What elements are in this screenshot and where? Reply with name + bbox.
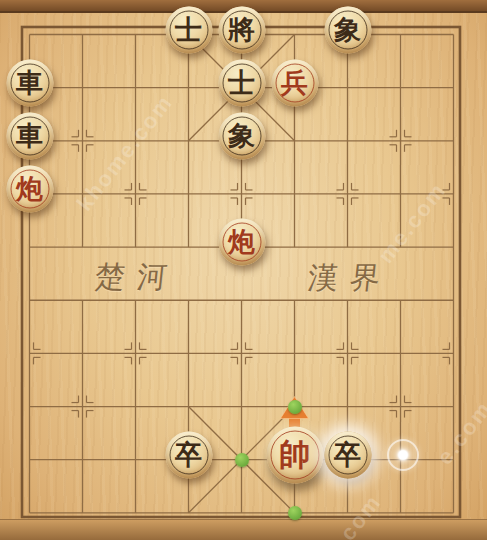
piece-ring-icon [10,116,49,155]
piece-character: 兵 [281,68,308,95]
piece-ring-icon [222,116,261,155]
piece-black-chariot[interactable]: 車 [6,59,53,106]
piece-black-soldier[interactable]: 卒 [165,431,212,478]
piece-red-general[interactable]: 帥 [266,426,323,483]
piece-character: 炮 [16,174,43,201]
piece-character: 卒 [175,440,202,467]
river-label-right: 漢界 [306,258,394,299]
piece-ring-icon [169,435,208,474]
river-label-left: 楚河 [93,257,181,298]
piece-ring-icon [222,63,261,102]
piece-character: 帥 [279,438,310,469]
piece-black-advisor[interactable]: 士 [218,59,265,106]
piece-black-general[interactable]: 將 [218,6,265,53]
piece-red-cannon[interactable]: 炮 [218,219,265,266]
piece-ring-icon [328,10,367,49]
piece-black-chariot[interactable]: 車 [6,112,53,159]
piece-character: 象 [228,121,255,148]
piece-ring-icon [328,435,367,474]
move-hint-dot[interactable] [288,506,302,520]
piece-character: 將 [228,15,255,42]
board-frame-bottom [0,519,487,540]
piece-character: 車 [16,68,43,95]
piece-character: 象 [334,15,361,42]
piece-ring-icon [222,10,261,49]
piece-ring-icon [10,169,49,208]
piece-black-elephant[interactable]: 象 [324,6,371,53]
xiangqi-game-screen: 楚河 漢界 士將象車士兵車象炮炮卒帥卒 khome.comme.come.com… [0,0,487,540]
piece-ring-icon [275,63,314,102]
piece-character: 炮 [228,228,255,255]
piece-red-soldier[interactable]: 兵 [271,59,318,106]
move-hint-dot[interactable] [288,400,302,414]
piece-black-soldier[interactable]: 卒 [324,431,371,478]
piece-character: 卒 [334,440,361,467]
piece-character: 士 [228,68,255,95]
piece-black-elephant[interactable]: 象 [218,112,265,159]
piece-ring-icon [169,10,208,49]
move-hint-dot[interactable] [235,453,249,467]
piece-red-cannon[interactable]: 炮 [6,165,53,212]
piece-character: 士 [175,15,202,42]
piece-ring-icon [10,63,49,102]
piece-ring-icon [222,223,261,262]
piece-character: 車 [16,121,43,148]
piece-ring-icon [270,430,319,479]
piece-black-advisor[interactable]: 士 [165,6,212,53]
